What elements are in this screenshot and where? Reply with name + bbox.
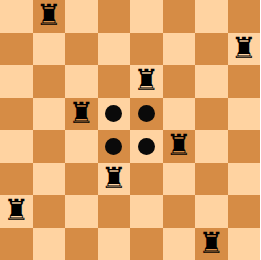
square-a4[interactable] <box>0 130 33 163</box>
square-g6[interactable] <box>195 65 228 98</box>
square-h3[interactable] <box>228 163 261 196</box>
square-b4[interactable] <box>33 130 66 163</box>
square-c7[interactable] <box>65 33 98 66</box>
black-rook[interactable]: ♜ <box>166 129 192 162</box>
square-f8[interactable] <box>163 0 196 33</box>
square-g4[interactable] <box>195 130 228 163</box>
black-rook[interactable]: ♜ <box>36 0 62 32</box>
square-f3[interactable] <box>163 163 196 196</box>
square-c8[interactable] <box>65 0 98 33</box>
square-b5[interactable] <box>33 98 66 131</box>
square-b3[interactable] <box>33 163 66 196</box>
square-c5[interactable]: ♜ <box>65 98 98 131</box>
square-f7[interactable] <box>163 33 196 66</box>
square-c6[interactable] <box>65 65 98 98</box>
square-h5[interactable] <box>228 98 261 131</box>
square-d2[interactable] <box>98 195 131 228</box>
square-d4[interactable] <box>98 130 131 163</box>
dot-marker <box>138 105 155 122</box>
square-d6[interactable] <box>98 65 131 98</box>
square-b2[interactable] <box>33 195 66 228</box>
square-d3[interactable]: ♜ <box>98 163 131 196</box>
black-rook[interactable]: ♜ <box>101 162 127 195</box>
square-g3[interactable] <box>195 163 228 196</box>
square-g2[interactable] <box>195 195 228 228</box>
dot-marker <box>138 138 155 155</box>
black-rook[interactable]: ♜ <box>3 194 29 227</box>
dot-marker <box>105 138 122 155</box>
square-b6[interactable] <box>33 65 66 98</box>
square-a3[interactable] <box>0 163 33 196</box>
square-e4[interactable] <box>130 130 163 163</box>
square-g5[interactable] <box>195 98 228 131</box>
black-rook[interactable]: ♜ <box>231 32 257 65</box>
square-a8[interactable] <box>0 0 33 33</box>
square-e8[interactable] <box>130 0 163 33</box>
square-c1[interactable] <box>65 228 98 260</box>
square-h6[interactable] <box>228 65 261 98</box>
black-rook[interactable]: ♜ <box>198 227 224 260</box>
square-d7[interactable] <box>98 33 131 66</box>
square-g7[interactable] <box>195 33 228 66</box>
square-e2[interactable] <box>130 195 163 228</box>
square-h4[interactable] <box>228 130 261 163</box>
square-f5[interactable] <box>163 98 196 131</box>
square-b1[interactable] <box>33 228 66 260</box>
square-b8[interactable]: ♜ <box>33 0 66 33</box>
square-e3[interactable] <box>130 163 163 196</box>
square-b7[interactable] <box>33 33 66 66</box>
square-a2[interactable]: ♜ <box>0 195 33 228</box>
square-f4[interactable]: ♜ <box>163 130 196 163</box>
square-a7[interactable] <box>0 33 33 66</box>
square-e5[interactable] <box>130 98 163 131</box>
square-d1[interactable] <box>98 228 131 260</box>
square-h8[interactable] <box>228 0 261 33</box>
square-h7[interactable]: ♜ <box>228 33 261 66</box>
square-d5[interactable] <box>98 98 131 131</box>
square-h1[interactable] <box>228 228 261 260</box>
square-e6[interactable]: ♜ <box>130 65 163 98</box>
square-d8[interactable] <box>98 0 131 33</box>
square-a6[interactable] <box>0 65 33 98</box>
square-c2[interactable] <box>65 195 98 228</box>
square-e7[interactable] <box>130 33 163 66</box>
square-a5[interactable] <box>0 98 33 131</box>
dot-marker <box>105 105 122 122</box>
square-c3[interactable] <box>65 163 98 196</box>
square-f1[interactable] <box>163 228 196 260</box>
chess-board: ♜♜♜♜♜♜♜♜ <box>0 0 260 260</box>
black-rook[interactable]: ♜ <box>133 64 159 97</box>
square-e1[interactable] <box>130 228 163 260</box>
square-a1[interactable] <box>0 228 33 260</box>
square-f6[interactable] <box>163 65 196 98</box>
square-c4[interactable] <box>65 130 98 163</box>
black-rook[interactable]: ♜ <box>68 97 94 130</box>
square-g1[interactable]: ♜ <box>195 228 228 260</box>
square-g8[interactable] <box>195 0 228 33</box>
square-h2[interactable] <box>228 195 261 228</box>
square-f2[interactable] <box>163 195 196 228</box>
